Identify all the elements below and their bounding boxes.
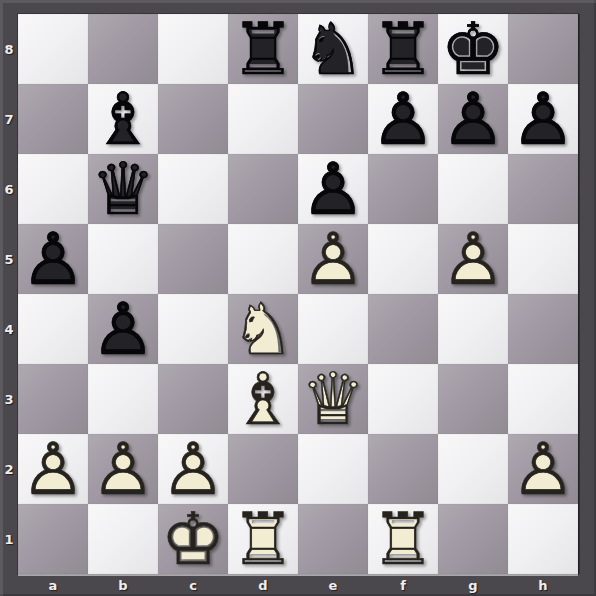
file-labels: abcdefgh <box>18 574 578 596</box>
bishop-icon: ♝ <box>88 84 158 154</box>
pawn-icon: ♟ <box>298 154 368 224</box>
rank-label-5: 5 <box>0 224 18 294</box>
rank-label-4: 4 <box>0 294 18 364</box>
pawn-icon: ♟ <box>88 434 158 504</box>
black-pawn-a5[interactable]: ♟♙ <box>18 224 88 294</box>
square-a5[interactable]: ♟♙ <box>18 224 88 294</box>
square-f4[interactable] <box>368 294 438 364</box>
square-a1[interactable] <box>18 504 88 574</box>
queen-icon: ♛ <box>298 364 368 434</box>
square-g1[interactable] <box>438 504 508 574</box>
black-pawn-e6[interactable]: ♟♙ <box>298 154 368 224</box>
square-d6[interactable] <box>228 154 298 224</box>
file-label-h: h <box>508 574 578 596</box>
square-d4[interactable]: ♞♘ <box>228 294 298 364</box>
knight-outline-icon: ♘ <box>228 294 298 364</box>
pawn-outline-icon: ♙ <box>18 434 88 504</box>
square-a3[interactable] <box>18 364 88 434</box>
pawn-icon: ♟ <box>508 434 578 504</box>
file-label-g: g <box>438 574 508 596</box>
square-c8[interactable] <box>158 14 228 84</box>
black-rook-f8[interactable]: ♜♖ <box>368 14 438 84</box>
square-b1[interactable] <box>88 504 158 574</box>
white-rook-d1[interactable]: ♜♖ <box>228 504 298 574</box>
square-c2[interactable]: ♟♙ <box>158 434 228 504</box>
king-outline-icon: ♔ <box>158 504 228 574</box>
rook-icon: ♜ <box>228 504 298 574</box>
rank-label-7: 7 <box>0 84 18 154</box>
square-f3[interactable] <box>368 364 438 434</box>
square-g4[interactable] <box>438 294 508 364</box>
square-f1[interactable]: ♜♖ <box>368 504 438 574</box>
file-label-d: d <box>228 574 298 596</box>
square-f6[interactable] <box>368 154 438 224</box>
square-g5[interactable]: ♟♙ <box>438 224 508 294</box>
queen-outline-icon: ♕ <box>298 364 368 434</box>
square-h4[interactable] <box>508 294 578 364</box>
king-icon: ♚ <box>158 504 228 574</box>
black-queen-b6[interactable]: ♛♕ <box>88 154 158 224</box>
rank-labels: 87654321 <box>0 14 18 574</box>
square-e4[interactable] <box>298 294 368 364</box>
white-pawn-c2[interactable]: ♟♙ <box>158 434 228 504</box>
square-d5[interactable] <box>228 224 298 294</box>
pawn-outline-icon: ♙ <box>438 84 508 154</box>
black-pawn-b4[interactable]: ♟♙ <box>88 294 158 364</box>
white-pawn-b2[interactable]: ♟♙ <box>88 434 158 504</box>
square-h5[interactable] <box>508 224 578 294</box>
black-rook-d8[interactable]: ♜♖ <box>228 14 298 84</box>
square-h8[interactable] <box>508 14 578 84</box>
square-h2[interactable]: ♟♙ <box>508 434 578 504</box>
white-pawn-g5[interactable]: ♟♙ <box>438 224 508 294</box>
square-d7[interactable] <box>228 84 298 154</box>
pawn-icon: ♟ <box>438 224 508 294</box>
queen-outline-icon: ♕ <box>88 154 158 224</box>
rook-outline-icon: ♖ <box>228 504 298 574</box>
pawn-outline-icon: ♙ <box>88 434 158 504</box>
square-c6[interactable] <box>158 154 228 224</box>
square-f2[interactable] <box>368 434 438 504</box>
square-e5[interactable]: ♟♙ <box>298 224 368 294</box>
queen-icon: ♛ <box>88 154 158 224</box>
square-h7[interactable]: ♟♙ <box>508 84 578 154</box>
square-c5[interactable] <box>158 224 228 294</box>
square-f8[interactable]: ♜♖ <box>368 14 438 84</box>
square-c7[interactable] <box>158 84 228 154</box>
bishop-outline-icon: ♗ <box>88 84 158 154</box>
square-c1[interactable]: ♚♔ <box>158 504 228 574</box>
pawn-outline-icon: ♙ <box>438 224 508 294</box>
knight-icon: ♞ <box>228 294 298 364</box>
square-f5[interactable] <box>368 224 438 294</box>
square-h6[interactable] <box>508 154 578 224</box>
file-label-a: a <box>18 574 88 596</box>
pawn-outline-icon: ♙ <box>88 294 158 364</box>
file-label-e: e <box>298 574 368 596</box>
rank-label-8: 8 <box>0 14 18 84</box>
rank-label-1: 1 <box>0 504 18 574</box>
rook-outline-icon: ♖ <box>228 14 298 84</box>
rank-label-6: 6 <box>0 154 18 224</box>
black-bishop-b7[interactable]: ♝♗ <box>88 84 158 154</box>
square-a6[interactable] <box>18 154 88 224</box>
white-bishop-d3[interactable]: ♝♗ <box>228 364 298 434</box>
file-label-b: b <box>88 574 158 596</box>
white-knight-d4[interactable]: ♞♘ <box>228 294 298 364</box>
pawn-outline-icon: ♙ <box>298 224 368 294</box>
pawn-outline-icon: ♙ <box>368 84 438 154</box>
pawn-icon: ♟ <box>88 294 158 364</box>
square-b3[interactable] <box>88 364 158 434</box>
square-b2[interactable]: ♟♙ <box>88 434 158 504</box>
square-b6[interactable]: ♛♕ <box>88 154 158 224</box>
square-a4[interactable] <box>18 294 88 364</box>
bishop-icon: ♝ <box>228 364 298 434</box>
king-icon: ♚ <box>438 14 508 84</box>
pawn-icon: ♟ <box>298 224 368 294</box>
square-d3[interactable]: ♝♗ <box>228 364 298 434</box>
square-d8[interactable]: ♜♖ <box>228 14 298 84</box>
square-c4[interactable] <box>158 294 228 364</box>
square-h1[interactable] <box>508 504 578 574</box>
square-e3[interactable]: ♛♕ <box>298 364 368 434</box>
square-b8[interactable] <box>88 14 158 84</box>
pawn-outline-icon: ♙ <box>508 84 578 154</box>
white-rook-f1[interactable]: ♜♖ <box>368 504 438 574</box>
pawn-outline-icon: ♙ <box>158 434 228 504</box>
square-e1[interactable] <box>298 504 368 574</box>
square-c3[interactable] <box>158 364 228 434</box>
square-e2[interactable] <box>298 434 368 504</box>
rook-icon: ♜ <box>368 14 438 84</box>
rank-label-3: 3 <box>0 364 18 434</box>
square-g6[interactable] <box>438 154 508 224</box>
chess-board: ♜♖♞♘♜♖♚♔♝♗♟♙♟♙♟♙♛♕♟♙♟♙♟♙♟♙♟♙♞♘♝♗♛♕♟♙♟♙♟♙… <box>18 14 578 574</box>
white-pawn-a2[interactable]: ♟♙ <box>18 434 88 504</box>
square-g2[interactable] <box>438 434 508 504</box>
square-d2[interactable] <box>228 434 298 504</box>
square-b5[interactable] <box>88 224 158 294</box>
square-a8[interactable] <box>18 14 88 84</box>
black-pawn-f7[interactable]: ♟♙ <box>368 84 438 154</box>
square-b4[interactable]: ♟♙ <box>88 294 158 364</box>
bishop-outline-icon: ♗ <box>228 364 298 434</box>
pawn-outline-icon: ♙ <box>18 224 88 294</box>
rook-icon: ♜ <box>368 504 438 574</box>
black-king-g8[interactable]: ♚♔ <box>438 14 508 84</box>
square-e7[interactable] <box>298 84 368 154</box>
knight-outline-icon: ♘ <box>298 14 368 84</box>
file-label-c: c <box>158 574 228 596</box>
pawn-icon: ♟ <box>18 434 88 504</box>
black-knight-e8[interactable]: ♞♘ <box>298 14 368 84</box>
pawn-icon: ♟ <box>18 224 88 294</box>
square-e8[interactable]: ♞♘ <box>298 14 368 84</box>
file-label-f: f <box>368 574 438 596</box>
rook-outline-icon: ♖ <box>368 14 438 84</box>
white-queen-e3[interactable]: ♛♕ <box>298 364 368 434</box>
square-e6[interactable]: ♟♙ <box>298 154 368 224</box>
square-b7[interactable]: ♝♗ <box>88 84 158 154</box>
square-d1[interactable]: ♜♖ <box>228 504 298 574</box>
square-a7[interactable] <box>18 84 88 154</box>
square-g3[interactable] <box>438 364 508 434</box>
pawn-icon: ♟ <box>158 434 228 504</box>
rook-icon: ♜ <box>228 14 298 84</box>
board-frame: 87654321 ♜♖♞♘♜♖♚♔♝♗♟♙♟♙♟♙♛♕♟♙♟♙♟♙♟♙♟♙♞♘♝… <box>0 0 596 596</box>
white-pawn-h2[interactable]: ♟♙ <box>508 434 578 504</box>
square-f7[interactable]: ♟♙ <box>368 84 438 154</box>
white-pawn-e5[interactable]: ♟♙ <box>298 224 368 294</box>
square-g7[interactable]: ♟♙ <box>438 84 508 154</box>
white-king-c1[interactable]: ♚♔ <box>158 504 228 574</box>
square-h3[interactable] <box>508 364 578 434</box>
pawn-outline-icon: ♙ <box>298 154 368 224</box>
rook-outline-icon: ♖ <box>368 504 438 574</box>
square-g8[interactable]: ♚♔ <box>438 14 508 84</box>
king-outline-icon: ♔ <box>438 14 508 84</box>
pawn-icon: ♟ <box>368 84 438 154</box>
rank-label-2: 2 <box>0 434 18 504</box>
black-pawn-h7[interactable]: ♟♙ <box>508 84 578 154</box>
pawn-icon: ♟ <box>508 84 578 154</box>
black-pawn-g7[interactable]: ♟♙ <box>438 84 508 154</box>
square-a2[interactable]: ♟♙ <box>18 434 88 504</box>
pawn-icon: ♟ <box>438 84 508 154</box>
knight-icon: ♞ <box>298 14 368 84</box>
pawn-outline-icon: ♙ <box>508 434 578 504</box>
